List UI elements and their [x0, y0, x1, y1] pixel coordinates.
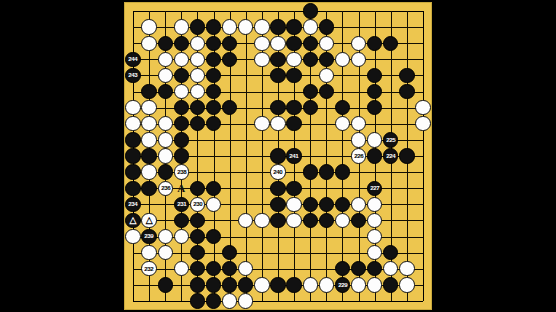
white-stone[interactable]: [190, 36, 205, 51]
black-stone[interactable]: [141, 148, 156, 163]
go-diagram-screenshot: 244243225241226224238240236227234231230△…: [0, 0, 556, 312]
white-stone[interactable]: [351, 197, 366, 212]
black-stone[interactable]: [351, 261, 366, 276]
black-stone[interactable]: [303, 164, 318, 179]
black-stone[interactable]: [125, 181, 140, 196]
black-stone[interactable]: [206, 100, 221, 115]
white-stone[interactable]: [335, 213, 350, 228]
black-stone[interactable]: 239: [141, 229, 156, 244]
white-stone[interactable]: [286, 52, 301, 67]
black-stone[interactable]: [303, 36, 318, 51]
black-stone[interactable]: 225: [383, 132, 398, 147]
black-stone[interactable]: 234: [125, 197, 140, 212]
white-stone[interactable]: [335, 116, 350, 131]
white-stone[interactable]: [351, 52, 366, 67]
white-stone[interactable]: [254, 19, 269, 34]
black-stone[interactable]: [335, 100, 350, 115]
black-stone[interactable]: [125, 132, 140, 147]
black-stone[interactable]: [222, 100, 237, 115]
black-stone[interactable]: [206, 229, 221, 244]
black-stone[interactable]: [222, 52, 237, 67]
white-stone[interactable]: [190, 52, 205, 67]
black-stone[interactable]: [125, 148, 140, 163]
black-stone[interactable]: [141, 181, 156, 196]
black-stone[interactable]: [286, 68, 301, 83]
white-stone[interactable]: [367, 277, 382, 292]
black-stone[interactable]: [367, 148, 382, 163]
black-stone[interactable]: 241: [286, 148, 301, 163]
white-stone[interactable]: [141, 245, 156, 260]
white-stone[interactable]: [254, 116, 269, 131]
move-number-label: 243: [129, 72, 138, 78]
white-stone[interactable]: [351, 132, 366, 147]
black-stone[interactable]: [190, 229, 205, 244]
move-number-label: 226: [354, 153, 363, 159]
white-stone[interactable]: [141, 100, 156, 115]
black-stone[interactable]: [303, 100, 318, 115]
white-stone[interactable]: [158, 116, 173, 131]
white-stone[interactable]: [141, 36, 156, 51]
white-stone[interactable]: 238: [174, 164, 189, 179]
black-stone[interactable]: [190, 277, 205, 292]
white-stone[interactable]: [254, 36, 269, 51]
black-stone[interactable]: [190, 181, 205, 196]
black-stone[interactable]: [303, 213, 318, 228]
white-stone[interactable]: [141, 132, 156, 147]
white-stone[interactable]: [254, 213, 269, 228]
white-stone[interactable]: [222, 19, 237, 34]
black-stone[interactable]: [286, 181, 301, 196]
black-stone[interactable]: [174, 100, 189, 115]
black-stone[interactable]: [335, 197, 350, 212]
black-stone[interactable]: [286, 36, 301, 51]
white-stone[interactable]: [415, 116, 430, 131]
black-stone[interactable]: [367, 84, 382, 99]
white-stone[interactable]: [158, 52, 173, 67]
white-stone[interactable]: [367, 229, 382, 244]
black-stone[interactable]: [286, 277, 301, 292]
white-stone[interactable]: [238, 213, 253, 228]
black-stone[interactable]: [303, 52, 318, 67]
black-stone[interactable]: [335, 164, 350, 179]
white-stone[interactable]: [158, 229, 173, 244]
white-stone[interactable]: [190, 84, 205, 99]
white-stone[interactable]: [319, 277, 334, 292]
black-stone[interactable]: 243: [125, 68, 140, 83]
white-stone[interactable]: [254, 52, 269, 67]
black-stone[interactable]: [238, 277, 253, 292]
white-stone[interactable]: [158, 148, 173, 163]
black-stone[interactable]: [206, 36, 221, 51]
move-number-label: 224: [386, 153, 395, 159]
black-stone[interactable]: [206, 277, 221, 292]
black-stone[interactable]: [206, 19, 221, 34]
black-stone[interactable]: [319, 84, 334, 99]
black-stone[interactable]: [206, 68, 221, 83]
black-stone[interactable]: 244: [125, 52, 140, 67]
white-stone[interactable]: [415, 100, 430, 115]
white-stone[interactable]: [158, 132, 173, 147]
black-stone[interactable]: [286, 100, 301, 115]
black-stone[interactable]: [174, 68, 189, 83]
white-stone[interactable]: [141, 116, 156, 131]
black-stone[interactable]: [190, 293, 205, 308]
white-stone[interactable]: 226: [351, 148, 366, 163]
black-stone[interactable]: [367, 68, 382, 83]
black-stone[interactable]: [190, 116, 205, 131]
black-stone[interactable]: [303, 197, 318, 212]
move-number-label: 238: [177, 169, 186, 175]
white-stone[interactable]: [399, 261, 414, 276]
black-stone[interactable]: [206, 181, 221, 196]
white-stone[interactable]: [286, 213, 301, 228]
black-stone[interactable]: [190, 100, 205, 115]
white-stone[interactable]: [270, 36, 285, 51]
black-stone[interactable]: [286, 19, 301, 34]
black-stone[interactable]: [125, 164, 140, 179]
white-stone[interactable]: [367, 213, 382, 228]
black-stone[interactable]: [190, 19, 205, 34]
move-number-label: 234: [129, 201, 138, 207]
black-stone[interactable]: [158, 84, 173, 99]
move-number-label: 239: [145, 233, 154, 239]
white-stone[interactable]: [158, 245, 173, 260]
black-stone[interactable]: [399, 84, 414, 99]
black-stone[interactable]: [270, 277, 285, 292]
white-stone[interactable]: [286, 197, 301, 212]
white-stone[interactable]: [158, 68, 173, 83]
move-number-label: 240: [274, 169, 283, 175]
black-stone[interactable]: [270, 19, 285, 34]
white-stone[interactable]: [303, 19, 318, 34]
black-stone[interactable]: [222, 261, 237, 276]
triangle-mark-icon: △: [146, 216, 153, 225]
black-stone[interactable]: [222, 36, 237, 51]
black-stone[interactable]: [174, 213, 189, 228]
black-stone[interactable]: [383, 277, 398, 292]
white-stone[interactable]: [141, 164, 156, 179]
black-stone[interactable]: [270, 52, 285, 67]
white-stone[interactable]: [174, 19, 189, 34]
grid-line-v: [423, 11, 424, 301]
grid-line-h: [133, 301, 423, 302]
black-stone[interactable]: [351, 213, 366, 228]
white-stone[interactable]: 236: [158, 181, 173, 196]
move-number-label: 230: [193, 201, 202, 207]
black-stone[interactable]: [399, 148, 414, 163]
black-stone[interactable]: [270, 100, 285, 115]
black-stone[interactable]: [158, 36, 173, 51]
black-stone[interactable]: [270, 197, 285, 212]
white-stone[interactable]: [319, 36, 334, 51]
black-stone[interactable]: [319, 52, 334, 67]
white-stone[interactable]: [383, 261, 398, 276]
white-stone[interactable]: [222, 293, 237, 308]
white-stone[interactable]: [367, 197, 382, 212]
black-stone[interactable]: [367, 261, 382, 276]
black-stone[interactable]: [319, 213, 334, 228]
black-stone[interactable]: 231: [174, 197, 189, 212]
white-stone[interactable]: [206, 197, 221, 212]
black-stone[interactable]: [206, 261, 221, 276]
black-stone[interactable]: [174, 148, 189, 163]
white-stone[interactable]: [303, 277, 318, 292]
black-stone[interactable]: [319, 19, 334, 34]
letter-point-label[interactable]: A: [175, 182, 187, 194]
white-stone[interactable]: [335, 52, 350, 67]
white-stone[interactable]: [125, 229, 140, 244]
black-stone[interactable]: [174, 132, 189, 147]
white-stone[interactable]: [270, 116, 285, 131]
black-stone[interactable]: [158, 164, 173, 179]
move-number-label: 244: [129, 56, 138, 62]
move-number-label: 229: [338, 282, 347, 288]
black-stone[interactable]: [174, 116, 189, 131]
move-number-label: 231: [177, 201, 186, 207]
white-stone[interactable]: [351, 116, 366, 131]
black-stone[interactable]: [158, 277, 173, 292]
black-stone[interactable]: [319, 164, 334, 179]
black-stone[interactable]: [206, 84, 221, 99]
black-stone[interactable]: [303, 84, 318, 99]
move-number-label: 232: [145, 266, 154, 272]
black-stone[interactable]: [367, 36, 382, 51]
black-stone[interactable]: [190, 245, 205, 260]
black-stone[interactable]: [399, 68, 414, 83]
black-stone[interactable]: [190, 213, 205, 228]
move-number-label: 236: [161, 185, 170, 191]
white-stone[interactable]: [174, 229, 189, 244]
black-stone[interactable]: [190, 261, 205, 276]
move-number-label: 225: [386, 137, 395, 143]
black-stone[interactable]: [319, 197, 334, 212]
black-stone[interactable]: [270, 181, 285, 196]
black-stone[interactable]: [335, 261, 350, 276]
white-stone[interactable]: [238, 19, 253, 34]
black-stone[interactable]: [383, 36, 398, 51]
black-stone[interactable]: [367, 100, 382, 115]
white-stone[interactable]: [367, 132, 382, 147]
white-stone[interactable]: [125, 100, 140, 115]
black-stone[interactable]: [174, 36, 189, 51]
black-stone[interactable]: [206, 116, 221, 131]
white-stone[interactable]: [254, 277, 269, 292]
go-board[interactable]: 244243225241226224238240236227234231230△…: [124, 2, 432, 310]
white-stone[interactable]: [174, 261, 189, 276]
white-stone[interactable]: [367, 245, 382, 260]
black-stone[interactable]: [222, 245, 237, 260]
white-stone[interactable]: [351, 277, 366, 292]
white-stone[interactable]: [238, 261, 253, 276]
black-stone[interactable]: [286, 116, 301, 131]
black-stone[interactable]: [222, 277, 237, 292]
black-stone[interactable]: 229: [335, 277, 350, 292]
white-stone[interactable]: [238, 293, 253, 308]
white-stone[interactable]: [174, 52, 189, 67]
white-stone[interactable]: [141, 19, 156, 34]
black-stone[interactable]: 227: [367, 181, 382, 196]
white-stone[interactable]: [399, 277, 414, 292]
black-stone[interactable]: [206, 293, 221, 308]
white-stone[interactable]: [125, 116, 140, 131]
white-stone[interactable]: 230: [190, 197, 205, 212]
black-stone[interactable]: [383, 245, 398, 260]
black-stone[interactable]: [206, 52, 221, 67]
white-stone[interactable]: 232: [141, 261, 156, 276]
white-stone[interactable]: 240: [270, 164, 285, 179]
move-number-label: 227: [370, 185, 379, 191]
triangle-mark-icon: △: [130, 216, 137, 225]
white-stone[interactable]: [174, 84, 189, 99]
white-stone[interactable]: [319, 68, 334, 83]
black-stone[interactable]: [270, 213, 285, 228]
white-stone[interactable]: △: [141, 213, 156, 228]
black-stone[interactable]: [270, 148, 285, 163]
white-stone[interactable]: [351, 36, 366, 51]
black-stone[interactable]: [303, 3, 318, 18]
black-stone[interactable]: △: [125, 213, 140, 228]
black-stone[interactable]: [270, 68, 285, 83]
black-stone[interactable]: 224: [383, 148, 398, 163]
black-stone[interactable]: [141, 84, 156, 99]
move-number-label: 241: [290, 153, 299, 159]
white-stone[interactable]: [190, 68, 205, 83]
